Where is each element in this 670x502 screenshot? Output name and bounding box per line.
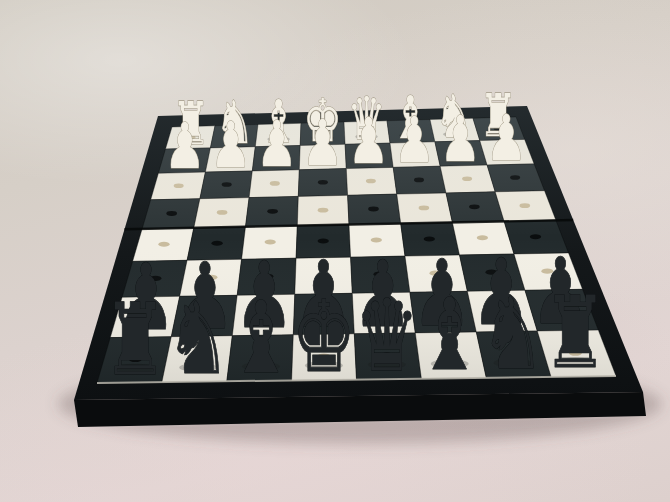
piece-white-pawn-b2: ♟: [440, 103, 481, 176]
piece-white-pawn-f2: ♟: [256, 107, 297, 180]
piece-black-rook-a8: ♜: [543, 275, 608, 391]
piece-black-bishop-c8: ♝: [417, 277, 482, 393]
piece-black-queen-d8: ♛: [354, 277, 419, 393]
chess-board: ♜♞♝♛♚♝♞♜♟♟♟♟♟♟♟♟♟♟♟♟♟♟♟♟♜♞♝♛♚♝♞♜: [0, 0, 670, 502]
scene: ♜♞♝♛♚♝♞♜♟♟♟♟♟♟♟♟♟♟♟♟♟♟♟♟♜♞♝♛♚♝♞♜: [0, 0, 670, 502]
piece-black-knight-g8: ♞: [166, 280, 231, 396]
piece-black-bishop-f8: ♝: [229, 279, 294, 395]
piece-white-pawn-e2: ♟: [302, 106, 343, 179]
piece-black-king-e8: ♚: [292, 278, 357, 394]
piece-white-pawn-a2: ♟: [486, 101, 527, 174]
piece-black-rook-h8: ♜: [103, 281, 168, 397]
piece-white-pawn-g2: ♟: [210, 109, 251, 182]
piece-white-pawn-h2: ♟: [164, 110, 205, 183]
piece-black-knight-b8: ♞: [480, 276, 545, 392]
piece-white-pawn-d2: ♟: [348, 105, 389, 178]
piece-white-pawn-c2: ♟: [394, 104, 435, 177]
